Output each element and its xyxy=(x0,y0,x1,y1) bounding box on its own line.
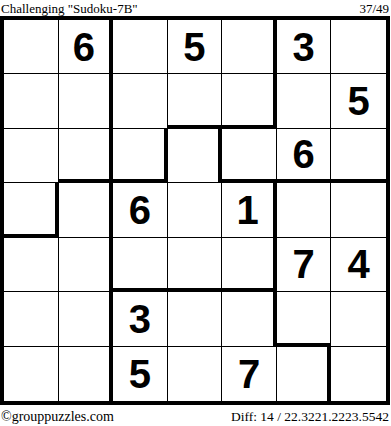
cell-r5c3[interactable] xyxy=(113,238,168,292)
given-digit: 6 xyxy=(293,134,315,174)
cell-r4c1[interactable] xyxy=(4,183,59,237)
cell-r1c5[interactable] xyxy=(222,20,277,74)
given-digit: 5 xyxy=(348,81,370,121)
cell-r6c6[interactable] xyxy=(277,292,332,346)
given-digit: 7 xyxy=(238,354,260,394)
cell-r7c2[interactable] xyxy=(59,347,114,401)
sudoku-board: 653566174357 xyxy=(0,16,390,405)
cell-r5c2[interactable] xyxy=(59,238,114,292)
given-digit: 6 xyxy=(129,190,151,230)
cell-r7c5: 7 xyxy=(222,347,277,401)
cell-r4c5: 1 xyxy=(222,183,277,237)
cell-r5c1[interactable] xyxy=(4,238,59,292)
cell-r7c4[interactable] xyxy=(168,347,223,401)
empty-cells-counter: 37/49 xyxy=(359,2,389,15)
cell-r6c1[interactable] xyxy=(4,292,59,346)
cell-r3c2[interactable] xyxy=(59,129,114,183)
cell-r4c2[interactable] xyxy=(59,183,114,237)
cell-r4c7[interactable] xyxy=(331,183,386,237)
puzzle-title: Challenging "Sudoku-7B" xyxy=(1,2,138,15)
cell-r4c3: 6 xyxy=(113,183,168,237)
cell-r3c7[interactable] xyxy=(331,129,386,183)
cell-r6c7[interactable] xyxy=(331,292,386,346)
cell-r2c2[interactable] xyxy=(59,74,114,128)
cell-r2c5[interactable] xyxy=(222,74,277,128)
cell-r1c3[interactable] xyxy=(113,20,168,74)
given-digit: 5 xyxy=(129,354,151,394)
cell-r2c7: 5 xyxy=(331,74,386,128)
cell-r3c4[interactable] xyxy=(168,129,223,183)
cell-r2c6[interactable] xyxy=(277,74,332,128)
given-digit: 1 xyxy=(236,190,258,230)
cell-r7c6[interactable] xyxy=(277,347,332,401)
given-digit: 4 xyxy=(348,244,370,284)
cell-r5c7: 4 xyxy=(331,238,386,292)
cell-r5c6: 7 xyxy=(277,238,332,292)
given-digit: 3 xyxy=(129,299,151,339)
cell-r5c5[interactable] xyxy=(222,238,277,292)
cell-r3c3[interactable] xyxy=(113,129,168,183)
cell-r4c4[interactable] xyxy=(168,183,223,237)
cell-r7c3: 5 xyxy=(113,347,168,401)
difficulty-code: Diff: 14 / 22.3221.2223.5542 xyxy=(231,409,389,425)
cell-r6c4[interactable] xyxy=(168,292,223,346)
cell-r7c7[interactable] xyxy=(331,347,386,401)
cell-r5c4[interactable] xyxy=(168,238,223,292)
cell-r3c5[interactable] xyxy=(222,129,277,183)
cell-r2c1[interactable] xyxy=(4,74,59,128)
site-credit: ©grouppuzzles.com xyxy=(1,409,114,425)
header: Challenging "Sudoku-7B" 37/49 xyxy=(0,0,391,16)
footer: ©grouppuzzles.com Diff: 14 / 22.3221.222… xyxy=(0,405,391,426)
cell-r3c6: 6 xyxy=(277,129,332,183)
given-digit: 5 xyxy=(183,27,205,67)
cell-r6c2[interactable] xyxy=(59,292,114,346)
cell-r1c7[interactable] xyxy=(331,20,386,74)
cell-r1c4: 5 xyxy=(168,20,223,74)
given-digit: 6 xyxy=(73,27,95,67)
cell-r1c1[interactable] xyxy=(4,20,59,74)
cell-r2c3[interactable] xyxy=(113,74,168,128)
cell-r4c6[interactable] xyxy=(277,183,332,237)
cell-r2c4[interactable] xyxy=(168,74,223,128)
cell-r6c3: 3 xyxy=(113,292,168,346)
cell-r1c2: 6 xyxy=(59,20,114,74)
given-digit: 3 xyxy=(293,27,315,67)
cell-r1c6: 3 xyxy=(277,20,332,74)
cell-r3c1[interactable] xyxy=(4,129,59,183)
given-digit: 7 xyxy=(293,244,315,284)
puzzle-page: { "header": { "title": "Challenging \"Su… xyxy=(0,0,391,426)
cell-r6c5[interactable] xyxy=(222,292,277,346)
cell-r7c1[interactable] xyxy=(4,347,59,401)
